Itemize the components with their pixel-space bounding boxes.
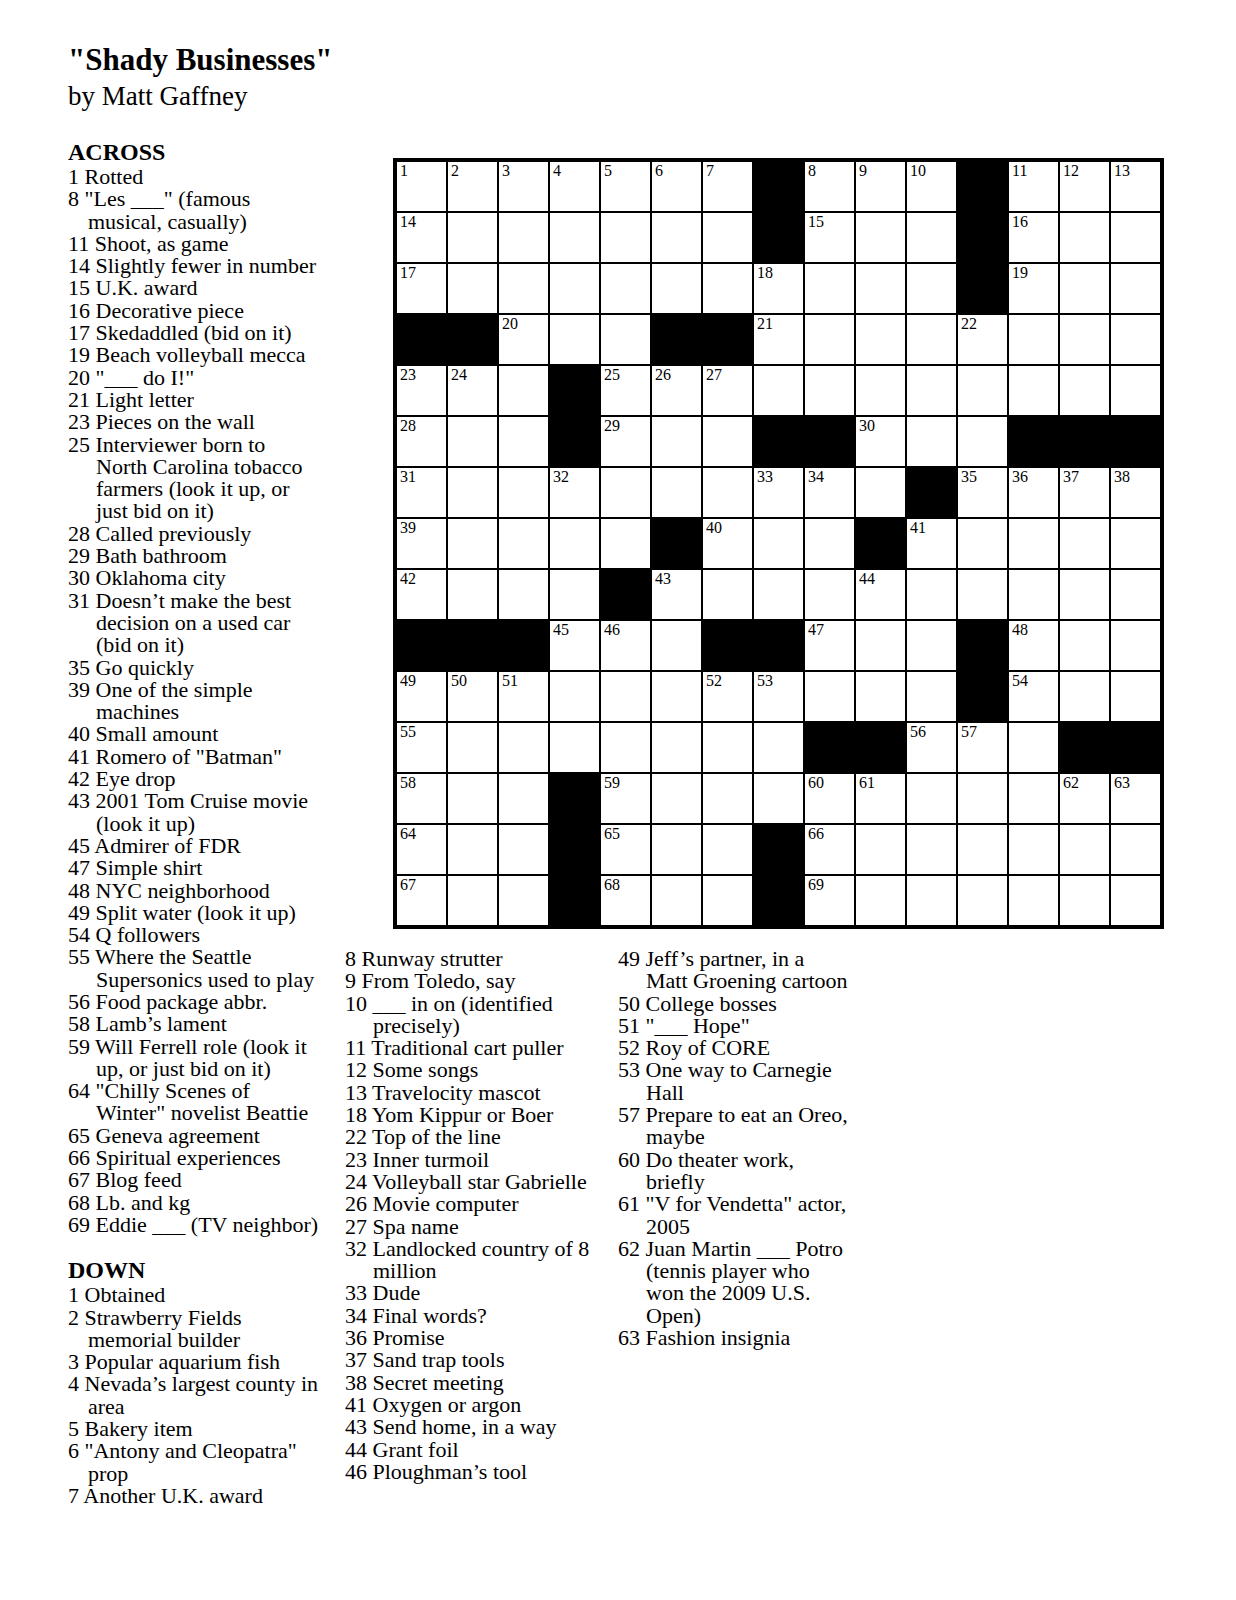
grid-cell[interactable] bbox=[498, 467, 549, 518]
grid-cell[interactable]: 17 bbox=[396, 263, 447, 314]
clue-number: 7 bbox=[68, 1483, 79, 1508]
grid-cell[interactable]: 67 bbox=[396, 875, 447, 926]
clue-text: Yom Kippur or Boer bbox=[372, 1102, 554, 1127]
clue-item: 14 Slightly fewer in number bbox=[68, 255, 320, 277]
grid-cell[interactable] bbox=[498, 824, 549, 875]
grid-cell[interactable] bbox=[1059, 263, 1110, 314]
grid-cell[interactable] bbox=[804, 671, 855, 722]
cell-number: 46 bbox=[604, 622, 620, 638]
grid-cell[interactable] bbox=[855, 212, 906, 263]
grid-cell[interactable]: 37 bbox=[1059, 467, 1110, 518]
cell-number: 1 bbox=[400, 163, 408, 179]
clue-number: 1 bbox=[68, 1282, 79, 1307]
clue-text: Promise bbox=[373, 1325, 445, 1350]
grid-cell[interactable] bbox=[702, 467, 753, 518]
clue-text: Beach volleyball mecca bbox=[96, 342, 306, 367]
clue-number: 54 bbox=[68, 922, 90, 947]
cell-number: 5 bbox=[604, 163, 612, 179]
clue-number: 13 bbox=[345, 1080, 367, 1105]
grid-cell[interactable] bbox=[906, 620, 957, 671]
clue-item: 3 Popular aquarium fish bbox=[68, 1351, 320, 1373]
grid-cell[interactable]: 8 bbox=[804, 161, 855, 212]
grid-cell[interactable] bbox=[447, 875, 498, 926]
grid-cell[interactable] bbox=[702, 416, 753, 467]
grid-cell[interactable] bbox=[1110, 620, 1161, 671]
grid-cell[interactable] bbox=[600, 518, 651, 569]
grid-cell-black bbox=[396, 314, 447, 365]
grid-cell[interactable] bbox=[1008, 569, 1059, 620]
grid-cell[interactable] bbox=[447, 263, 498, 314]
grid-cell-black bbox=[855, 518, 906, 569]
grid-cell[interactable] bbox=[1059, 365, 1110, 416]
grid-cell-black bbox=[855, 722, 906, 773]
grid-cell[interactable] bbox=[855, 620, 906, 671]
grid-cell[interactable]: 1 bbox=[396, 161, 447, 212]
grid-cell[interactable] bbox=[753, 518, 804, 569]
clue-text: Slightly fewer in number bbox=[96, 253, 317, 278]
clue-number: 23 bbox=[68, 409, 90, 434]
grid-cell[interactable]: 9 bbox=[855, 161, 906, 212]
grid-cell[interactable]: 19 bbox=[1008, 263, 1059, 314]
clue-text: From Toledo, say bbox=[362, 968, 516, 993]
grid-cell-black bbox=[804, 416, 855, 467]
grid-cell[interactable] bbox=[447, 518, 498, 569]
grid-cell[interactable] bbox=[498, 773, 549, 824]
clue-text: Q followers bbox=[96, 922, 200, 947]
grid-cell[interactable]: 40 bbox=[702, 518, 753, 569]
page-title: "Shady Businesses" bbox=[68, 42, 332, 78]
grid-cell[interactable] bbox=[1110, 569, 1161, 620]
clue-number: 12 bbox=[345, 1057, 367, 1082]
grid-cell[interactable]: 4 bbox=[549, 161, 600, 212]
grid-cell[interactable]: 31 bbox=[396, 467, 447, 518]
cell-number: 22 bbox=[961, 316, 977, 332]
grid-cell[interactable]: 46 bbox=[600, 620, 651, 671]
grid-cell-black bbox=[1110, 416, 1161, 467]
clue-number: 65 bbox=[68, 1123, 90, 1148]
grid-cell[interactable] bbox=[447, 416, 498, 467]
grid-cell[interactable]: 25 bbox=[600, 365, 651, 416]
grid-cell[interactable] bbox=[1110, 212, 1161, 263]
grid-cell[interactable] bbox=[1110, 314, 1161, 365]
cell-number: 23 bbox=[400, 367, 416, 383]
grid-cell[interactable] bbox=[651, 467, 702, 518]
grid-cell[interactable] bbox=[498, 569, 549, 620]
clue-number: 14 bbox=[68, 253, 90, 278]
grid-cell[interactable] bbox=[804, 314, 855, 365]
grid-cell[interactable] bbox=[702, 875, 753, 926]
grid-cell[interactable]: 7 bbox=[702, 161, 753, 212]
clue-number: 48 bbox=[68, 878, 90, 903]
grid-cell[interactable]: 51 bbox=[498, 671, 549, 722]
grid-cell[interactable] bbox=[1059, 314, 1110, 365]
clue-number: 36 bbox=[345, 1325, 367, 1350]
clue-text: Traditional cart puller bbox=[371, 1035, 563, 1060]
grid-cell[interactable] bbox=[804, 365, 855, 416]
across-header: ACROSS bbox=[68, 139, 320, 165]
grid-cell[interactable]: 18 bbox=[753, 263, 804, 314]
grid-cell[interactable]: 27 bbox=[702, 365, 753, 416]
clue-item: 13 Travelocity mascot bbox=[345, 1082, 597, 1104]
grid-cell-black bbox=[1008, 416, 1059, 467]
grid-cell[interactable] bbox=[1059, 518, 1110, 569]
grid-cell[interactable] bbox=[1059, 620, 1110, 671]
grid-cell[interactable] bbox=[906, 824, 957, 875]
grid-cell[interactable] bbox=[753, 365, 804, 416]
clue-text: Romero of "Batman" bbox=[96, 744, 283, 769]
clue-text: Grant foil bbox=[373, 1437, 459, 1462]
grid-cell[interactable] bbox=[855, 365, 906, 416]
grid-cell[interactable] bbox=[957, 773, 1008, 824]
grid-cell[interactable]: 10 bbox=[906, 161, 957, 212]
clue-item: 18 Yom Kippur or Boer bbox=[345, 1104, 597, 1126]
clue-item: 2 Strawberry Fields memorial builder bbox=[68, 1307, 320, 1352]
grid-cell[interactable]: 6 bbox=[651, 161, 702, 212]
grid-cell[interactable]: 28 bbox=[396, 416, 447, 467]
grid-cell[interactable] bbox=[1110, 518, 1161, 569]
cell-number: 62 bbox=[1063, 775, 1079, 791]
grid-cell[interactable]: 24 bbox=[447, 365, 498, 416]
grid-cell[interactable] bbox=[1110, 671, 1161, 722]
clue-number: 44 bbox=[345, 1437, 367, 1462]
grid-cell[interactable] bbox=[906, 263, 957, 314]
grid-cell[interactable] bbox=[753, 722, 804, 773]
grid-cell[interactable] bbox=[1110, 875, 1161, 926]
clue-item: 36 Promise bbox=[345, 1327, 597, 1349]
grid-cell[interactable] bbox=[498, 416, 549, 467]
clue-number: 9 bbox=[345, 968, 356, 993]
grid-cell[interactable]: 38 bbox=[1110, 467, 1161, 518]
grid-cell[interactable]: 53 bbox=[753, 671, 804, 722]
grid-cell[interactable]: 43 bbox=[651, 569, 702, 620]
grid-cell[interactable] bbox=[906, 314, 957, 365]
grid-cell[interactable]: 61 bbox=[855, 773, 906, 824]
clue-text: Pieces on the wall bbox=[96, 409, 255, 434]
grid-cell[interactable] bbox=[1059, 824, 1110, 875]
grid-cell[interactable]: 68 bbox=[600, 875, 651, 926]
grid-cell[interactable]: 66 bbox=[804, 824, 855, 875]
grid-cell[interactable] bbox=[906, 212, 957, 263]
grid-cell[interactable]: 44 bbox=[855, 569, 906, 620]
grid-cell[interactable] bbox=[1008, 518, 1059, 569]
grid-cell[interactable] bbox=[804, 569, 855, 620]
cell-number: 30 bbox=[859, 418, 875, 434]
clue-item: 35 Go quickly bbox=[68, 657, 320, 679]
grid-cell[interactable] bbox=[906, 773, 957, 824]
grid-cell[interactable]: 56 bbox=[906, 722, 957, 773]
grid-cell[interactable] bbox=[549, 518, 600, 569]
clue-text: Eddie ___ (TV neighbor) bbox=[96, 1212, 319, 1237]
grid-cell[interactable] bbox=[651, 824, 702, 875]
clue-number: 46 bbox=[345, 1459, 367, 1484]
grid-cell[interactable] bbox=[906, 416, 957, 467]
grid-cell[interactable] bbox=[804, 518, 855, 569]
grid-cell[interactable] bbox=[447, 212, 498, 263]
clue-text: 2001 Tom Cruise movie (look it up) bbox=[96, 788, 309, 835]
cell-number: 59 bbox=[604, 775, 620, 791]
cell-number: 43 bbox=[655, 571, 671, 587]
grid-cell[interactable]: 35 bbox=[957, 467, 1008, 518]
grid-cell[interactable] bbox=[498, 875, 549, 926]
grid-cell[interactable]: 47 bbox=[804, 620, 855, 671]
grid-cell[interactable] bbox=[702, 263, 753, 314]
clue-text: One of the simple machines bbox=[96, 677, 253, 724]
grid-cell[interactable] bbox=[447, 824, 498, 875]
grid-cell[interactable]: 63 bbox=[1110, 773, 1161, 824]
clue-item: 39 One of the simple machines bbox=[68, 679, 320, 724]
grid-cell[interactable] bbox=[651, 671, 702, 722]
clue-item: 52 Roy of CORE bbox=[618, 1037, 850, 1059]
grid-cell[interactable]: 50 bbox=[447, 671, 498, 722]
grid-cell[interactable] bbox=[1008, 875, 1059, 926]
clue-text: Split water (look it up) bbox=[96, 900, 296, 925]
cell-number: 12 bbox=[1063, 163, 1079, 179]
clue-number: 43 bbox=[345, 1414, 367, 1439]
grid-cell[interactable]: 58 bbox=[396, 773, 447, 824]
clue-item: 58 Lamb’s lament bbox=[68, 1013, 320, 1035]
grid-cell-black bbox=[957, 263, 1008, 314]
grid-cell[interactable]: 20 bbox=[498, 314, 549, 365]
clue-number: 41 bbox=[68, 744, 90, 769]
grid-cell[interactable] bbox=[600, 314, 651, 365]
grid-cell[interactable]: 13 bbox=[1110, 161, 1161, 212]
grid-cell[interactable]: 48 bbox=[1008, 620, 1059, 671]
clue-text: Oxygen or argon bbox=[373, 1392, 522, 1417]
clue-item: 7 Another U.K. award bbox=[68, 1485, 320, 1507]
grid-cell[interactable] bbox=[651, 212, 702, 263]
grid-cell[interactable]: 42 bbox=[396, 569, 447, 620]
grid-cell[interactable]: 45 bbox=[549, 620, 600, 671]
grid-cell[interactable]: 15 bbox=[804, 212, 855, 263]
clue-item: 67 Blog feed bbox=[68, 1169, 320, 1191]
grid-cell[interactable] bbox=[855, 467, 906, 518]
grid-cell[interactable]: 11 bbox=[1008, 161, 1059, 212]
grid-cell[interactable] bbox=[702, 722, 753, 773]
grid-cell-black bbox=[906, 467, 957, 518]
puzzle-page: { "game": "crossword", "puzzle": { "titl… bbox=[0, 0, 1236, 1600]
grid-cell[interactable]: 49 bbox=[396, 671, 447, 722]
grid-cell[interactable]: 65 bbox=[600, 824, 651, 875]
grid-cell[interactable] bbox=[600, 467, 651, 518]
cell-number: 9 bbox=[859, 163, 867, 179]
cell-number: 61 bbox=[859, 775, 875, 791]
grid-cell[interactable] bbox=[447, 569, 498, 620]
grid-cell[interactable] bbox=[1110, 263, 1161, 314]
clue-number: 21 bbox=[68, 387, 90, 412]
grid-cell-black bbox=[1059, 722, 1110, 773]
grid-cell[interactable] bbox=[957, 518, 1008, 569]
grid-cell[interactable] bbox=[447, 773, 498, 824]
clue-number: 52 bbox=[618, 1035, 640, 1060]
grid-cell[interactable] bbox=[1008, 365, 1059, 416]
grid-cell[interactable] bbox=[702, 212, 753, 263]
clue-number: 60 bbox=[618, 1147, 640, 1172]
grid-cell[interactable]: 3 bbox=[498, 161, 549, 212]
grid-cell[interactable] bbox=[498, 263, 549, 314]
clue-text: Eye drop bbox=[96, 766, 176, 791]
clue-item: 16 Decorative piece bbox=[68, 300, 320, 322]
grid-cell[interactable]: 62 bbox=[1059, 773, 1110, 824]
grid-cell[interactable] bbox=[1059, 875, 1110, 926]
clue-item: 23 Pieces on the wall bbox=[68, 411, 320, 433]
grid-cell[interactable] bbox=[651, 416, 702, 467]
grid-cell[interactable] bbox=[855, 824, 906, 875]
clue-item: 45 Admirer of FDR bbox=[68, 835, 320, 857]
cell-number: 49 bbox=[400, 673, 416, 689]
grid-cell[interactable]: 54 bbox=[1008, 671, 1059, 722]
grid-cell[interactable] bbox=[855, 671, 906, 722]
grid-cell[interactable] bbox=[549, 569, 600, 620]
grid-cell[interactable] bbox=[855, 875, 906, 926]
grid-cell[interactable] bbox=[447, 722, 498, 773]
grid-cell[interactable] bbox=[906, 671, 957, 722]
grid-cell[interactable]: 69 bbox=[804, 875, 855, 926]
clue-item: 10 ___ in on (identified precisely) bbox=[345, 993, 597, 1038]
clue-item: 56 Food package abbr. bbox=[68, 991, 320, 1013]
grid-cell[interactable] bbox=[549, 263, 600, 314]
grid-cell-black bbox=[549, 365, 600, 416]
cell-number: 51 bbox=[502, 673, 518, 689]
grid-cell[interactable]: 14 bbox=[396, 212, 447, 263]
grid-cell[interactable] bbox=[600, 263, 651, 314]
grid-cell[interactable] bbox=[906, 569, 957, 620]
clue-text: Obtained bbox=[85, 1282, 166, 1307]
clue-number: 26 bbox=[345, 1191, 367, 1216]
grid-cell[interactable]: 55 bbox=[396, 722, 447, 773]
clue-item: 55 Where the Seattle Supersonics used to… bbox=[68, 946, 320, 991]
grid-cell[interactable] bbox=[702, 824, 753, 875]
grid-cell[interactable]: 41 bbox=[906, 518, 957, 569]
grid-cell[interactable] bbox=[498, 365, 549, 416]
grid-cell[interactable] bbox=[1110, 365, 1161, 416]
grid-cell[interactable]: 5 bbox=[600, 161, 651, 212]
grid-cell[interactable]: 59 bbox=[600, 773, 651, 824]
grid-cell[interactable]: 34 bbox=[804, 467, 855, 518]
clue-number: 58 bbox=[68, 1011, 90, 1036]
grid-cell[interactable] bbox=[804, 263, 855, 314]
grid-cell[interactable] bbox=[906, 875, 957, 926]
grid-cell[interactable]: 30 bbox=[855, 416, 906, 467]
grid-cell[interactable] bbox=[957, 365, 1008, 416]
clue-number: 4 bbox=[68, 1371, 79, 1396]
grid-cell[interactable] bbox=[1059, 212, 1110, 263]
grid-cell[interactable]: 16 bbox=[1008, 212, 1059, 263]
grid-cell[interactable]: 36 bbox=[1008, 467, 1059, 518]
grid-cell[interactable] bbox=[651, 875, 702, 926]
grid-cell[interactable]: 52 bbox=[702, 671, 753, 722]
clue-text: Popular aquarium fish bbox=[85, 1349, 281, 1374]
grid-cell[interactable] bbox=[957, 416, 1008, 467]
grid-cell[interactable] bbox=[600, 722, 651, 773]
clue-number: 49 bbox=[618, 946, 640, 971]
grid-cell[interactable] bbox=[651, 620, 702, 671]
grid-cell[interactable]: 2 bbox=[447, 161, 498, 212]
grid-cell[interactable] bbox=[702, 569, 753, 620]
cell-number: 47 bbox=[808, 622, 824, 638]
grid-cell[interactable] bbox=[498, 518, 549, 569]
grid-cell-black bbox=[753, 212, 804, 263]
grid-cell[interactable]: 29 bbox=[600, 416, 651, 467]
grid-cell[interactable] bbox=[549, 314, 600, 365]
clue-number: 56 bbox=[68, 989, 90, 1014]
grid-cell[interactable]: 57 bbox=[957, 722, 1008, 773]
clue-item: 20 "___ do I!" bbox=[68, 367, 320, 389]
grid-cell[interactable] bbox=[957, 569, 1008, 620]
grid-cell[interactable]: 12 bbox=[1059, 161, 1110, 212]
grid-cell[interactable] bbox=[549, 212, 600, 263]
grid-cell[interactable] bbox=[549, 671, 600, 722]
grid-cell[interactable] bbox=[651, 263, 702, 314]
grid-cell[interactable]: 64 bbox=[396, 824, 447, 875]
grid-cell[interactable] bbox=[1059, 569, 1110, 620]
grid-cell[interactable]: 39 bbox=[396, 518, 447, 569]
grid-cell[interactable] bbox=[906, 365, 957, 416]
grid-cell[interactable] bbox=[600, 212, 651, 263]
cell-number: 24 bbox=[451, 367, 467, 383]
cell-number: 69 bbox=[808, 877, 824, 893]
grid-cell[interactable] bbox=[651, 773, 702, 824]
clue-text: Food package abbr. bbox=[96, 989, 268, 1014]
grid-cell[interactable] bbox=[1059, 671, 1110, 722]
cell-number: 35 bbox=[961, 469, 977, 485]
clue-text: Juan Martin ___ Potro (tennis player who… bbox=[646, 1236, 843, 1328]
down-clues-middle-column: 8 Runway strutter9 From Toledo, say10 __… bbox=[345, 948, 597, 1483]
cell-number: 32 bbox=[553, 469, 569, 485]
cell-number: 66 bbox=[808, 826, 824, 842]
grid-cell[interactable]: 60 bbox=[804, 773, 855, 824]
grid-cell[interactable] bbox=[1110, 824, 1161, 875]
grid-cell[interactable]: 21 bbox=[753, 314, 804, 365]
grid-cell[interactable] bbox=[651, 722, 702, 773]
grid-cell[interactable] bbox=[957, 824, 1008, 875]
cell-number: 68 bbox=[604, 877, 620, 893]
grid-cell[interactable] bbox=[702, 773, 753, 824]
grid-cell[interactable] bbox=[498, 722, 549, 773]
clue-number: 33 bbox=[345, 1280, 367, 1305]
grid-cell[interactable] bbox=[1008, 824, 1059, 875]
grid-cell[interactable]: 23 bbox=[396, 365, 447, 416]
grid-cell[interactable] bbox=[1008, 722, 1059, 773]
grid-cell[interactable] bbox=[600, 671, 651, 722]
clue-item: 25 Interviewer born to North Carolina to… bbox=[68, 434, 320, 523]
grid-cell[interactable] bbox=[1008, 314, 1059, 365]
grid-cell[interactable] bbox=[498, 212, 549, 263]
clue-item: 50 College bosses bbox=[618, 993, 850, 1015]
grid-cell[interactable] bbox=[1008, 773, 1059, 824]
grid-cell[interactable] bbox=[447, 467, 498, 518]
grid-cell[interactable] bbox=[549, 722, 600, 773]
cell-number: 17 bbox=[400, 265, 416, 281]
grid-cell[interactable]: 33 bbox=[753, 467, 804, 518]
grid-cell-black bbox=[753, 620, 804, 671]
clue-item: 49 Jeff’s partner, in a Matt Groening ca… bbox=[618, 948, 850, 993]
cell-number: 25 bbox=[604, 367, 620, 383]
grid-cell[interactable]: 26 bbox=[651, 365, 702, 416]
grid-cell-black bbox=[549, 875, 600, 926]
grid-cell[interactable] bbox=[957, 875, 1008, 926]
grid-cell[interactable]: 22 bbox=[957, 314, 1008, 365]
clue-text: Travelocity mascot bbox=[372, 1080, 540, 1105]
grid-cell[interactable] bbox=[753, 569, 804, 620]
clue-item: 68 Lb. and kg bbox=[68, 1192, 320, 1214]
crossword-grid: 1234567891011121314151617181920212223242… bbox=[393, 158, 1164, 929]
clue-number: 38 bbox=[345, 1370, 367, 1395]
grid-cell[interactable] bbox=[753, 773, 804, 824]
grid-cell[interactable] bbox=[855, 263, 906, 314]
clue-number: 59 bbox=[68, 1034, 90, 1059]
grid-cell[interactable] bbox=[855, 314, 906, 365]
grid-cell[interactable]: 32 bbox=[549, 467, 600, 518]
